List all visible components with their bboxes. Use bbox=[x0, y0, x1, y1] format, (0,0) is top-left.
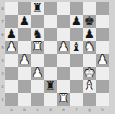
square-a5[interactable]: ♟ bbox=[5, 41, 18, 54]
square-b7[interactable]: ♟ bbox=[18, 15, 31, 28]
square-d4[interactable] bbox=[44, 54, 57, 67]
file-label: b bbox=[18, 106, 31, 114]
square-c3[interactable]: ♟ bbox=[31, 67, 44, 80]
square-f7[interactable]: ♟ bbox=[70, 15, 83, 28]
piece-white-pawn: ♟ bbox=[19, 54, 30, 67]
piece-black-rook: ♜ bbox=[45, 80, 56, 93]
square-f4[interactable] bbox=[70, 54, 83, 67]
file-label: d bbox=[44, 106, 57, 114]
file-label: e bbox=[57, 106, 70, 114]
square-f1[interactable] bbox=[70, 93, 83, 106]
file-labels: abcdefgh bbox=[5, 106, 109, 114]
square-f3[interactable] bbox=[70, 67, 83, 80]
square-b4[interactable]: ♟ bbox=[18, 54, 31, 67]
square-d2[interactable]: ♜ bbox=[44, 80, 57, 93]
square-c8[interactable]: ♜ bbox=[31, 2, 44, 15]
piece-white-bishop: ♝ bbox=[84, 80, 95, 93]
square-e1[interactable]: ♜ bbox=[57, 93, 70, 106]
square-a8[interactable] bbox=[5, 2, 18, 15]
square-a1[interactable] bbox=[5, 93, 18, 106]
square-f2[interactable] bbox=[70, 80, 83, 93]
square-h6[interactable] bbox=[96, 28, 109, 41]
piece-white-pawn: ♟ bbox=[97, 54, 108, 67]
piece-black-pawn: ♟ bbox=[19, 15, 30, 28]
square-b3[interactable] bbox=[18, 67, 31, 80]
square-b1[interactable] bbox=[18, 93, 31, 106]
chess-diagram: 87654321 ♜♟♟♚♟♞♟♟♜♟♝♞♟♟♟♚♜♝♜ abcdefgh bbox=[0, 0, 115, 114]
file-label: h bbox=[96, 106, 109, 114]
square-h3[interactable] bbox=[96, 67, 109, 80]
piece-white-pawn: ♟ bbox=[6, 41, 17, 54]
chess-board: ♜♟♟♚♟♞♟♟♜♟♝♞♟♟♟♚♜♝♜ bbox=[5, 2, 109, 106]
piece-white-pawn: ♟ bbox=[58, 41, 69, 54]
square-c1[interactable] bbox=[31, 93, 44, 106]
square-b2[interactable] bbox=[18, 80, 31, 93]
square-d8[interactable] bbox=[44, 2, 57, 15]
square-a4[interactable] bbox=[5, 54, 18, 67]
piece-black-bishop: ♝ bbox=[71, 41, 82, 54]
square-g2[interactable]: ♝ bbox=[83, 80, 96, 93]
square-d1[interactable] bbox=[44, 93, 57, 106]
square-e7[interactable] bbox=[57, 15, 70, 28]
piece-black-pawn: ♟ bbox=[71, 15, 82, 28]
square-c5[interactable]: ♜ bbox=[31, 41, 44, 54]
file-label: f bbox=[70, 106, 83, 114]
square-h7[interactable] bbox=[96, 15, 109, 28]
square-e5[interactable]: ♟ bbox=[57, 41, 70, 54]
piece-white-rook: ♜ bbox=[58, 93, 69, 106]
piece-white-rook: ♜ bbox=[32, 41, 43, 54]
square-c2[interactable] bbox=[31, 80, 44, 93]
square-g5[interactable]: ♞ bbox=[83, 41, 96, 54]
file-label: g bbox=[83, 106, 96, 114]
square-d7[interactable] bbox=[44, 15, 57, 28]
square-e8[interactable] bbox=[57, 2, 70, 15]
square-h2[interactable] bbox=[96, 80, 109, 93]
file-label: c bbox=[31, 106, 44, 114]
square-d5[interactable] bbox=[44, 41, 57, 54]
square-f5[interactable]: ♝ bbox=[70, 41, 83, 54]
piece-white-knight: ♞ bbox=[84, 41, 95, 54]
square-g1[interactable] bbox=[83, 93, 96, 106]
square-h8[interactable] bbox=[96, 2, 109, 15]
piece-white-pawn: ♟ bbox=[32, 67, 43, 80]
square-d6[interactable] bbox=[44, 28, 57, 41]
square-e4[interactable] bbox=[57, 54, 70, 67]
square-h4[interactable]: ♟ bbox=[96, 54, 109, 67]
file-label: a bbox=[5, 106, 18, 114]
square-a3[interactable] bbox=[5, 67, 18, 80]
square-h1[interactable] bbox=[96, 93, 109, 106]
square-b6[interactable] bbox=[18, 28, 31, 41]
piece-black-rook: ♜ bbox=[32, 2, 43, 15]
square-e3[interactable] bbox=[57, 67, 70, 80]
square-a2[interactable] bbox=[5, 80, 18, 93]
